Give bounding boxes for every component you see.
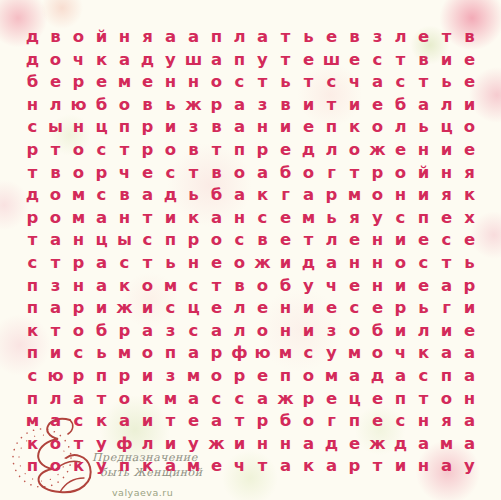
grid-cell: е xyxy=(205,297,228,320)
grid-cell: ц xyxy=(90,229,113,252)
grid-cell: м xyxy=(274,342,297,365)
grid-cell: з xyxy=(251,94,274,117)
grid-cell: ь xyxy=(412,116,435,139)
grid-cell: о xyxy=(343,139,366,162)
grid-cell: с xyxy=(90,184,113,207)
grid-cell: а xyxy=(44,297,67,320)
grid-cell: н xyxy=(366,229,389,252)
grid-cell: о xyxy=(435,388,458,411)
grid-cell: ь xyxy=(90,342,113,365)
grid-cell: о xyxy=(297,162,320,185)
grid-cell: о xyxy=(389,162,412,185)
grid-cell: н xyxy=(182,252,205,275)
grid-cell: а xyxy=(251,388,274,411)
grid-cell: н xyxy=(274,320,297,343)
grid-cell: с xyxy=(412,365,435,388)
grid-cell: т xyxy=(435,26,458,49)
grid-cell: п xyxy=(21,455,44,478)
grid-cell: о xyxy=(136,342,159,365)
grid-cell: в xyxy=(251,229,274,252)
grid-cell: т xyxy=(136,252,159,275)
grid-cell: е xyxy=(44,71,67,94)
grid-cell: н xyxy=(274,433,297,456)
grid-cell: р xyxy=(136,139,159,162)
grid-cell: а xyxy=(90,275,113,298)
grid-cell: т xyxy=(389,49,412,72)
grid-cell: у xyxy=(90,433,113,456)
grid-cell: о xyxy=(44,455,67,478)
grid-cell: е xyxy=(297,49,320,72)
grid-cell: е xyxy=(435,207,458,230)
grid-cell: к xyxy=(136,388,159,411)
grid-cell: б xyxy=(205,184,228,207)
grid-cell: е xyxy=(366,297,389,320)
grid-cell: з xyxy=(320,320,343,343)
grid-cell: б xyxy=(90,320,113,343)
grid-cell: и xyxy=(136,365,159,388)
grid-cell: ж xyxy=(366,139,389,162)
grid-cell: р xyxy=(136,116,159,139)
grid-cell: н xyxy=(343,252,366,275)
grid-cell: а xyxy=(297,433,320,456)
grid-cell: н xyxy=(67,116,90,139)
grid-cell: т xyxy=(274,26,297,49)
grid-cell: с xyxy=(67,410,90,433)
grid-cell: е xyxy=(458,49,481,72)
grid-cell: и xyxy=(435,320,458,343)
grid-cell: е xyxy=(205,252,228,275)
grid-cell: к xyxy=(251,184,274,207)
grid-cell: ы xyxy=(113,229,136,252)
grid-cell: п xyxy=(320,116,343,139)
grid-cell: ц xyxy=(90,116,113,139)
grid-cell: д xyxy=(21,49,44,72)
grid-cell: к xyxy=(297,455,320,478)
grid-cell: д xyxy=(159,184,182,207)
grid-cell: а xyxy=(458,342,481,365)
grid-cell: ж xyxy=(274,388,297,411)
grid-cell: и xyxy=(159,207,182,230)
grid-cell: з xyxy=(159,365,182,388)
grid-cell: о xyxy=(366,116,389,139)
grid-cell: н xyxy=(113,26,136,49)
grid-cell: т xyxy=(343,162,366,185)
grid-cell: и xyxy=(159,433,182,456)
grid-cell: г xyxy=(320,410,343,433)
grid-cell: а xyxy=(412,433,435,456)
grid-cell: т xyxy=(67,433,90,456)
grid-cell: а xyxy=(297,184,320,207)
grid-cell: а xyxy=(44,410,67,433)
grid-cell: а xyxy=(458,365,481,388)
grid-cell: а xyxy=(182,26,205,49)
grid-cell: л xyxy=(435,94,458,117)
grid-cell: а xyxy=(228,116,251,139)
grid-cell: о xyxy=(458,116,481,139)
grid-cell: р xyxy=(21,139,44,162)
grid-cell: ц xyxy=(182,297,205,320)
grid-cell: ь xyxy=(435,71,458,94)
grid-cell: с xyxy=(159,297,182,320)
grid-cell: ж xyxy=(366,433,389,456)
grid-cell: с xyxy=(297,342,320,365)
grid-cell: н xyxy=(113,207,136,230)
grid-cell: и xyxy=(389,455,412,478)
grid-cell: р xyxy=(205,94,228,117)
grid-cell: в xyxy=(228,275,251,298)
grid-cell: р xyxy=(67,252,90,275)
grid-cell: р xyxy=(343,455,366,478)
grid-cell: о xyxy=(113,388,136,411)
grid-cell: е xyxy=(136,162,159,185)
grid-cell: р xyxy=(389,297,412,320)
grid-cell: б xyxy=(21,71,44,94)
grid-cell: о xyxy=(67,26,90,49)
grid-cell: д xyxy=(297,139,320,162)
grid-cell: я xyxy=(136,26,159,49)
grid-cell: е xyxy=(412,26,435,49)
grid-cell: м xyxy=(67,184,90,207)
grid-cell: е xyxy=(389,139,412,162)
grid-cell: а xyxy=(205,49,228,72)
grid-cell: т xyxy=(251,455,274,478)
grid-cell: з xyxy=(182,116,205,139)
grid-cell: а xyxy=(435,342,458,365)
grid-cell: с xyxy=(389,410,412,433)
grid-cell: в xyxy=(113,184,136,207)
grid-cell: г xyxy=(274,184,297,207)
grid-cell: с xyxy=(21,365,44,388)
grid-cell: п xyxy=(21,297,44,320)
grid-cell: ь xyxy=(274,71,297,94)
grid-cell: е xyxy=(251,365,274,388)
grid-cell: н xyxy=(182,71,205,94)
grid-cell: т xyxy=(412,388,435,411)
grid-cell: п xyxy=(21,388,44,411)
word-search-page: Предназначение быть Женщиной valyaeva.ru… xyxy=(0,0,501,500)
grid-cell: ь xyxy=(159,94,182,117)
grid-cell: к xyxy=(21,433,44,456)
grid-cell: д xyxy=(21,184,44,207)
grid-cell: т xyxy=(159,410,182,433)
grid-cell: т xyxy=(182,162,205,185)
grid-cell: е xyxy=(343,275,366,298)
grid-cell: о xyxy=(67,139,90,162)
grid-cell: п xyxy=(90,365,113,388)
grid-cell: у xyxy=(182,433,205,456)
grid-cell: о xyxy=(205,71,228,94)
grid-cell: а xyxy=(136,184,159,207)
grid-cell: в xyxy=(205,116,228,139)
grid-cell: й xyxy=(412,162,435,185)
grid-cell: р xyxy=(182,229,205,252)
grid-cell: л xyxy=(136,433,159,456)
grid-cell: н xyxy=(251,433,274,456)
grid-cell: о xyxy=(228,252,251,275)
grid-cell: т xyxy=(228,410,251,433)
grid-cell: т xyxy=(366,455,389,478)
grid-cell: с xyxy=(389,71,412,94)
grid-cell: ш xyxy=(182,49,205,72)
grid-cell: л xyxy=(44,94,67,117)
grid-cell: е xyxy=(458,71,481,94)
grid-cell: е xyxy=(297,116,320,139)
grid-cell: м xyxy=(67,207,90,230)
grid-cell: т xyxy=(113,139,136,162)
grid-cell: л xyxy=(228,320,251,343)
grid-cell: а xyxy=(136,320,159,343)
grid-cell: с xyxy=(389,207,412,230)
grid-cell: о xyxy=(113,94,136,117)
grid-cell: о xyxy=(44,207,67,230)
grid-cell: а xyxy=(113,410,136,433)
grid-cell: н xyxy=(21,94,44,117)
grid-cell: е xyxy=(251,297,274,320)
grid-cell: о xyxy=(297,410,320,433)
grid-cell: с xyxy=(366,49,389,72)
grid-cell: т xyxy=(90,388,113,411)
grid-cell: с xyxy=(343,297,366,320)
grid-cell: а xyxy=(343,365,366,388)
grid-cell: д xyxy=(366,365,389,388)
grid-cell: х xyxy=(458,207,481,230)
grid-cell: п xyxy=(389,388,412,411)
grid-cell: м xyxy=(297,207,320,230)
grid-cell: н xyxy=(67,275,90,298)
grid-cell: с xyxy=(251,207,274,230)
grid-cell: с xyxy=(228,388,251,411)
grid-cell: р xyxy=(90,162,113,185)
grid-cell: а xyxy=(90,252,113,275)
grid-cell: з xyxy=(366,26,389,49)
grid-cell: м xyxy=(159,388,182,411)
grid-cell: о xyxy=(205,365,228,388)
grid-cell: о xyxy=(228,162,251,185)
grid-cell: ь xyxy=(412,297,435,320)
grid-cell: а xyxy=(412,94,435,117)
grid-cell: а xyxy=(182,388,205,411)
grid-cell: а xyxy=(205,207,228,230)
grid-cell: д xyxy=(21,26,44,49)
grid-cell: р xyxy=(113,320,136,343)
grid-cell: а xyxy=(44,229,67,252)
grid-cell: и xyxy=(297,297,320,320)
grid-cell: п xyxy=(412,207,435,230)
grid-cell: е xyxy=(182,410,205,433)
grid-cell: к xyxy=(182,207,205,230)
grid-cell: е xyxy=(458,229,481,252)
grid-cell: л xyxy=(228,297,251,320)
grid-cell: з xyxy=(44,275,67,298)
grid-cell: с xyxy=(182,320,205,343)
grid-cell: ь xyxy=(320,207,343,230)
grid-cell: и xyxy=(412,184,435,207)
grid-cell: ш xyxy=(320,49,343,72)
grid-cell: а xyxy=(389,365,412,388)
grid-cell: ч xyxy=(228,455,251,478)
grid-cell: с xyxy=(412,252,435,275)
grid-cell: ю xyxy=(67,94,90,117)
grid-cell: и xyxy=(44,342,67,365)
grid-cell: е xyxy=(412,229,435,252)
grid-cell: с xyxy=(136,229,159,252)
grid-cell: и xyxy=(435,49,458,72)
grid-cell: и xyxy=(435,139,458,162)
grid-cell: а xyxy=(366,71,389,94)
grid-cell: е xyxy=(274,207,297,230)
grid-cell: а xyxy=(435,455,458,478)
grid-cell: и xyxy=(297,320,320,343)
grid-cell: л xyxy=(389,116,412,139)
grid-cell: р xyxy=(297,388,320,411)
grid-cell: т xyxy=(44,139,67,162)
grid-cell: п xyxy=(228,139,251,162)
grid-cell: я xyxy=(458,162,481,185)
grid-cell: ж xyxy=(205,433,228,456)
grid-cell: о xyxy=(366,342,389,365)
grid-cell: у xyxy=(251,49,274,72)
grid-cell: н xyxy=(274,297,297,320)
grid-cell: к xyxy=(458,184,481,207)
grid-cell: к xyxy=(412,342,435,365)
grid-cell: л xyxy=(412,320,435,343)
grid-cell: р xyxy=(67,71,90,94)
grid-cell: в xyxy=(205,162,228,185)
grid-cell: е xyxy=(90,71,113,94)
grid-cell: г xyxy=(320,162,343,185)
grid-cell: м xyxy=(320,365,343,388)
grid-cell: п xyxy=(228,49,251,72)
grid-cell: м xyxy=(182,365,205,388)
grid-cell: м xyxy=(113,71,136,94)
grid-cell: ц xyxy=(435,116,458,139)
grid-cell: у xyxy=(458,455,481,478)
grid-cell: у xyxy=(366,207,389,230)
grid-cell: о xyxy=(159,139,182,162)
grid-cell: е xyxy=(343,49,366,72)
grid-cell: у xyxy=(320,342,343,365)
grid-cell: е xyxy=(412,275,435,298)
grid-cell: п xyxy=(274,365,297,388)
grid-cell: т xyxy=(136,207,159,230)
grid-cell: р xyxy=(21,207,44,230)
grid-cell: т xyxy=(205,139,228,162)
grid-cell: я xyxy=(435,410,458,433)
grid-cell: а xyxy=(320,455,343,478)
grid-cell: н xyxy=(458,388,481,411)
grid-cell: н xyxy=(366,252,389,275)
grid-cell: ч xyxy=(113,162,136,185)
grid-cell: л xyxy=(228,26,251,49)
grid-cell: с xyxy=(90,139,113,162)
grid-cell: о xyxy=(44,433,67,456)
grid-cell: и xyxy=(389,320,412,343)
grid-cell: н xyxy=(412,410,435,433)
grid-cell: о xyxy=(297,365,320,388)
grid-cell: п xyxy=(159,229,182,252)
grid-cell: с xyxy=(113,252,136,275)
grid-cell: с xyxy=(21,252,44,275)
grid-cell: о xyxy=(136,275,159,298)
grid-cell: а xyxy=(205,320,228,343)
grid-cell: ж xyxy=(113,297,136,320)
grid-cell: е xyxy=(320,388,343,411)
grid-cell: а xyxy=(251,26,274,49)
grid-cell: ч xyxy=(320,275,343,298)
grid-cell: и xyxy=(389,275,412,298)
grid-cell: о xyxy=(366,184,389,207)
grid-cell: м xyxy=(159,275,182,298)
grid-cell: л xyxy=(320,139,343,162)
grid-cell: у xyxy=(159,49,182,72)
grid-cell: м xyxy=(435,433,458,456)
grid-cell: т xyxy=(21,229,44,252)
grid-cell: и xyxy=(159,116,182,139)
grid-cell: а xyxy=(228,184,251,207)
grid-cell: и xyxy=(90,297,113,320)
grid-cell: ч xyxy=(67,49,90,72)
grid-cell: в xyxy=(182,139,205,162)
grid-cell: н xyxy=(366,275,389,298)
grid-cell: в xyxy=(412,49,435,72)
watermark-site-url: valyaeva.ru xyxy=(112,487,173,498)
grid-cell: к xyxy=(67,455,90,478)
grid-cell: в xyxy=(458,26,481,49)
grid-cell: а xyxy=(228,94,251,117)
grid-cell: е xyxy=(136,71,159,94)
grid-cell: н xyxy=(67,229,90,252)
grid-cell: ю xyxy=(251,342,274,365)
grid-cell: р xyxy=(67,365,90,388)
grid-cell: е xyxy=(343,433,366,456)
grid-cell: н xyxy=(435,162,458,185)
grid-cell: т xyxy=(251,71,274,94)
grid-cell: а xyxy=(320,252,343,275)
grid-cell: т xyxy=(297,71,320,94)
grid-cell: т xyxy=(320,94,343,117)
grid-cell: и xyxy=(458,297,481,320)
grid-cell: е xyxy=(366,410,389,433)
grid-cell: н xyxy=(228,207,251,230)
grid-cell: и xyxy=(274,116,297,139)
grid-cell: п xyxy=(159,342,182,365)
grid-cell: р xyxy=(67,297,90,320)
grid-cell: е xyxy=(366,388,389,411)
grid-cell: в xyxy=(274,94,297,117)
grid-cell: а xyxy=(113,49,136,72)
grid-cell: п xyxy=(21,275,44,298)
grid-cell: р xyxy=(320,184,343,207)
grid-cell: е xyxy=(205,455,228,478)
grid-cell: с xyxy=(228,71,251,94)
grid-cell: а xyxy=(251,162,274,185)
grid-cell: р xyxy=(228,365,251,388)
grid-cell: т xyxy=(435,252,458,275)
grid-cell: н xyxy=(389,184,412,207)
grid-cell: с xyxy=(21,116,44,139)
grid-cell: ф xyxy=(228,342,251,365)
grid-cell: м xyxy=(182,455,205,478)
grid-cell: к xyxy=(136,455,159,478)
grid-cell: с xyxy=(228,229,251,252)
grid-cell: с xyxy=(159,162,182,185)
grid-cell: б xyxy=(366,320,389,343)
grid-cell: ж xyxy=(251,252,274,275)
grid-cell: к xyxy=(21,320,44,343)
grid-cell: м xyxy=(343,184,366,207)
grid-cell: о xyxy=(205,229,228,252)
grid-cell: а xyxy=(159,26,182,49)
